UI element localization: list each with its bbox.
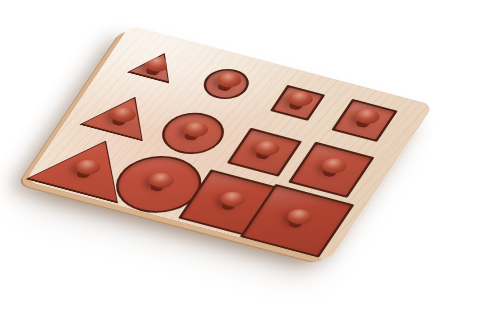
recess-triangle-medium [79, 88, 167, 141]
photo-scene [0, 0, 480, 320]
recess-square-small [270, 85, 326, 121]
recess-square-medium-plus [288, 142, 375, 198]
recess-triangle-small [127, 48, 186, 84]
recess-square-medium [227, 128, 302, 177]
puzzle-board [25, 25, 434, 261]
recess-square-small-plus [331, 99, 398, 142]
recess-circle-medium [152, 107, 234, 160]
knob-triangle-small[interactable] [138, 54, 173, 79]
recess-circle-small [196, 65, 256, 104]
